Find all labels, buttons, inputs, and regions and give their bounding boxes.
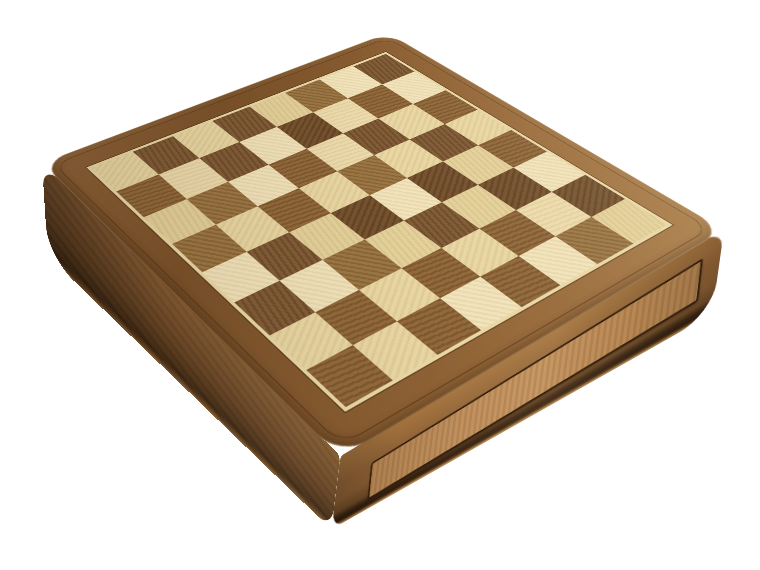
photo-background [0,0,760,570]
board-top [42,33,724,458]
